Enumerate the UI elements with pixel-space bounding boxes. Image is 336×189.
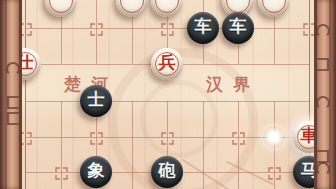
river-label-right: 汉界 (206, 74, 260, 96)
piece-ring (262, 0, 286, 13)
grid-line (132, 101, 133, 189)
grid-line (25, 28, 310, 29)
piece-red-仕[interactable]: 仕 (9, 48, 41, 80)
board-watermark-streak (182, 159, 230, 189)
piece-ring (49, 0, 73, 13)
piece-black-车[interactable]: 车 (222, 12, 254, 44)
piece-black-车[interactable]: 车 (187, 12, 219, 44)
move-indicator-dot[interactable] (263, 126, 285, 148)
piece-red-unknown[interactable] (116, 0, 148, 17)
board-watermark-streak (226, 161, 274, 186)
piece-character: 马 (301, 156, 318, 186)
board-watermark-ring (108, 48, 258, 189)
grid-line (203, 101, 204, 189)
piece-red-unknown[interactable] (45, 0, 77, 17)
xiangqi-board: 楚河 汉界 车车仕兵士車象砲马 (0, 0, 336, 189)
piece-character: 車 (301, 121, 318, 151)
piece-red-unknown[interactable] (151, 0, 183, 17)
piece-character: 兵 (159, 48, 176, 78)
piece-character: 车 (195, 12, 212, 42)
piece-ring (155, 0, 179, 13)
piece-ring (120, 0, 144, 13)
piece-red-unknown[interactable] (258, 0, 290, 17)
ornate-frame-left (0, 0, 22, 189)
grid-line (25, 101, 310, 102)
piece-character: 象 (88, 156, 105, 186)
piece-character: 砲 (159, 156, 176, 186)
piece-character: 士 (88, 85, 105, 115)
piece-black-士[interactable]: 士 (80, 85, 112, 117)
grid-line (61, 101, 62, 189)
grid-line (238, 101, 239, 189)
piece-character: 车 (230, 12, 247, 42)
piece-red-兵[interactable]: 兵 (151, 48, 183, 80)
grid-line (96, 0, 97, 64)
piece-black-砲[interactable]: 砲 (151, 156, 183, 188)
piece-red-車[interactable]: 車 (293, 121, 325, 153)
piece-black-马[interactable]: 马 (293, 156, 325, 188)
piece-black-象[interactable]: 象 (80, 156, 112, 188)
piece-character: 仕 (17, 48, 34, 78)
